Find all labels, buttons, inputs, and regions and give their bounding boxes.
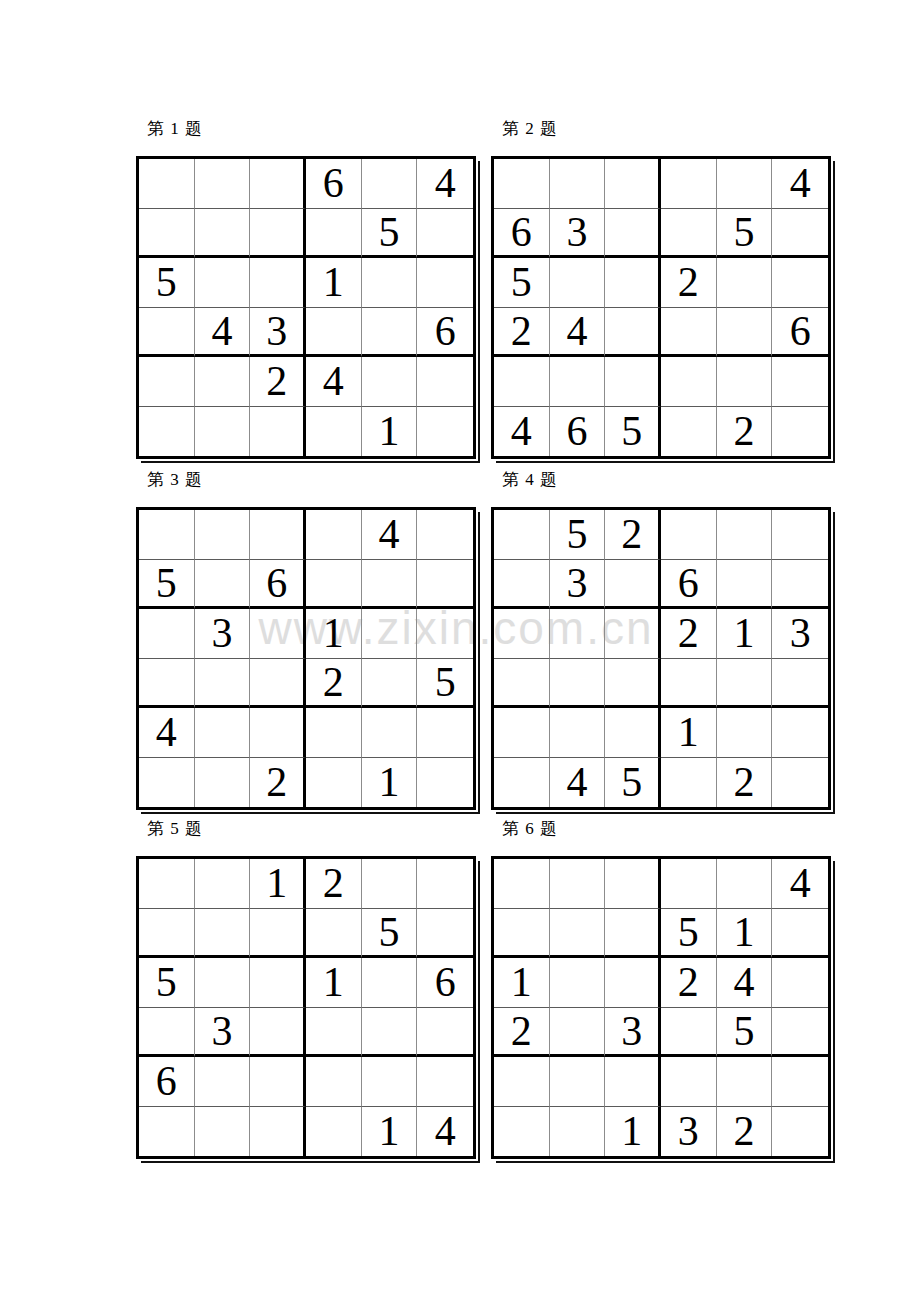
cell-r5c5-empty bbox=[362, 1057, 418, 1107]
cell-r2c5-empty bbox=[362, 560, 418, 610]
cell-r5c2-empty bbox=[550, 708, 606, 758]
cell-r6c6-empty bbox=[772, 407, 828, 457]
cell-r6c2-empty bbox=[550, 1107, 606, 1157]
cell-r5c5-empty bbox=[717, 357, 773, 407]
cell-r3c1-given-1: 1 bbox=[494, 958, 550, 1008]
cell-r2c4-empty bbox=[306, 560, 362, 610]
cell-r6c3-given-5: 5 bbox=[605, 407, 661, 457]
cell-r3c2-empty bbox=[195, 258, 251, 308]
cell-r2c5-empty bbox=[717, 560, 773, 610]
cell-r3c5-given-1: 1 bbox=[717, 609, 773, 659]
cell-r6c4-empty bbox=[661, 407, 717, 457]
cell-r1c2-empty bbox=[195, 159, 251, 209]
cell-r2c4-empty bbox=[661, 209, 717, 259]
cell-r1c2-empty bbox=[195, 859, 251, 909]
cell-r4c3-given-3: 3 bbox=[250, 308, 306, 358]
cell-r6c1-empty bbox=[139, 1107, 195, 1157]
cell-r1c3-empty bbox=[250, 510, 306, 560]
cell-r2c2-empty bbox=[195, 909, 251, 959]
cell-r1c1-empty bbox=[139, 510, 195, 560]
cell-r5c6-empty bbox=[772, 1057, 828, 1107]
cell-r1c6-empty bbox=[417, 510, 473, 560]
puzzle-3: 第 3 题 4563125421 bbox=[136, 469, 476, 810]
cell-r3c1-empty bbox=[494, 609, 550, 659]
cell-r6c6-empty bbox=[772, 1107, 828, 1157]
cell-r3c1-empty bbox=[139, 609, 195, 659]
cell-r5c3-given-2: 2 bbox=[250, 357, 306, 407]
cell-r5c4-given-1: 1 bbox=[661, 708, 717, 758]
cell-r4c5-empty bbox=[362, 308, 418, 358]
cell-r6c6-given-4: 4 bbox=[417, 1107, 473, 1157]
cell-r5c6-empty bbox=[417, 708, 473, 758]
cell-r2c2-empty bbox=[195, 209, 251, 259]
cell-r3c4-given-1: 1 bbox=[306, 609, 362, 659]
cell-r1c1-empty bbox=[139, 859, 195, 909]
cell-r2c1-empty bbox=[139, 209, 195, 259]
cell-r6c2-empty bbox=[195, 407, 251, 457]
cell-r5c4-empty bbox=[306, 1057, 362, 1107]
cell-r4c5-given-5: 5 bbox=[717, 1008, 773, 1058]
puzzle-4-label: 第 4 题 bbox=[491, 469, 831, 491]
cell-r6c3-given-1: 1 bbox=[605, 1107, 661, 1157]
cell-r3c6-empty bbox=[772, 958, 828, 1008]
cell-r2c3-given-6: 6 bbox=[250, 560, 306, 610]
cell-r4c5-empty bbox=[362, 659, 418, 709]
puzzle-2-board: 4635522464652 bbox=[491, 156, 831, 459]
cell-r2c6-empty bbox=[417, 209, 473, 259]
cell-r6c5-given-1: 1 bbox=[362, 407, 418, 457]
cell-r4c3-empty bbox=[250, 1008, 306, 1058]
cell-r6c1-empty bbox=[139, 758, 195, 808]
cell-r5c1-empty bbox=[494, 708, 550, 758]
cell-r6c4-empty bbox=[306, 1107, 362, 1157]
cell-r1c1-empty bbox=[494, 859, 550, 909]
cell-r5c2-empty bbox=[195, 1057, 251, 1107]
cell-r2c4-empty bbox=[306, 209, 362, 259]
cell-r1c4-given-2: 2 bbox=[306, 859, 362, 909]
cell-r4c2-given-4: 4 bbox=[195, 308, 251, 358]
cell-r4c2-empty bbox=[550, 659, 606, 709]
puzzle-3-label: 第 3 题 bbox=[136, 469, 476, 491]
cell-r3c3-empty bbox=[605, 958, 661, 1008]
cell-r6c1-given-4: 4 bbox=[494, 407, 550, 457]
cell-r4c5-empty bbox=[717, 308, 773, 358]
cell-r4c5-empty bbox=[717, 659, 773, 709]
cell-r3c4-given-1: 1 bbox=[306, 258, 362, 308]
cell-r1c5-empty bbox=[362, 859, 418, 909]
cell-r4c3-given-3: 3 bbox=[605, 1008, 661, 1058]
cell-r2c6-empty bbox=[772, 209, 828, 259]
cell-r5c5-empty bbox=[362, 708, 418, 758]
cell-r6c2-given-6: 6 bbox=[550, 407, 606, 457]
cell-r5c4-empty bbox=[661, 357, 717, 407]
cell-r5c1-empty bbox=[139, 357, 195, 407]
cell-r3c3-empty bbox=[250, 958, 306, 1008]
cell-r1c6-empty bbox=[772, 510, 828, 560]
cell-r3c4-given-2: 2 bbox=[661, 609, 717, 659]
cell-r4c4-empty bbox=[661, 1008, 717, 1058]
cell-r5c1-given-6: 6 bbox=[139, 1057, 195, 1107]
cell-r3c3-empty bbox=[250, 609, 306, 659]
cell-r1c2-empty bbox=[550, 159, 606, 209]
cell-r2c1-empty bbox=[139, 909, 195, 959]
cell-r1c5-empty bbox=[717, 159, 773, 209]
cell-r4c3-empty bbox=[250, 659, 306, 709]
cell-r1c3-given-2: 2 bbox=[605, 510, 661, 560]
cell-r6c5-given-2: 2 bbox=[717, 1107, 773, 1157]
cell-r3c4-given-2: 2 bbox=[661, 958, 717, 1008]
cell-r6c5-given-2: 2 bbox=[717, 407, 773, 457]
cell-r3c6-given-3: 3 bbox=[772, 609, 828, 659]
cell-r4c4-given-2: 2 bbox=[306, 659, 362, 709]
cell-r1c6-empty bbox=[417, 859, 473, 909]
puzzle-1-label: 第 1 题 bbox=[136, 118, 476, 140]
cell-r4c1-empty bbox=[139, 659, 195, 709]
cell-r5c1-empty bbox=[494, 357, 550, 407]
cell-r4c6-given-6: 6 bbox=[772, 308, 828, 358]
cell-r2c3-empty bbox=[250, 909, 306, 959]
cell-r2c5-given-5: 5 bbox=[717, 209, 773, 259]
cell-r3c6-empty bbox=[417, 609, 473, 659]
cell-r3c1-given-5: 5 bbox=[494, 258, 550, 308]
cell-r2c2-empty bbox=[195, 560, 251, 610]
cell-r6c1-empty bbox=[139, 407, 195, 457]
cell-r5c2-empty bbox=[550, 1057, 606, 1107]
cell-r1c1-empty bbox=[494, 159, 550, 209]
cell-r2c1-empty bbox=[494, 909, 550, 959]
cell-r2c6-empty bbox=[772, 560, 828, 610]
cell-r4c4-empty bbox=[661, 308, 717, 358]
cell-r5c2-empty bbox=[195, 708, 251, 758]
cell-r5c1-empty bbox=[494, 1057, 550, 1107]
cell-r5c3-empty bbox=[250, 708, 306, 758]
cell-r4c6-empty bbox=[772, 1008, 828, 1058]
cell-r4c4-empty bbox=[661, 659, 717, 709]
cell-r1c5-empty bbox=[362, 159, 418, 209]
cell-r4c4-empty bbox=[306, 1008, 362, 1058]
cell-r1c1-empty bbox=[139, 159, 195, 209]
cell-r4c2-empty bbox=[195, 659, 251, 709]
cell-r1c4-empty bbox=[661, 159, 717, 209]
cell-r5c6-empty bbox=[772, 708, 828, 758]
cell-r3c6-empty bbox=[417, 258, 473, 308]
cell-r1c5-empty bbox=[717, 510, 773, 560]
cell-r3c4-given-1: 1 bbox=[306, 958, 362, 1008]
cell-r4c6-given-5: 5 bbox=[417, 659, 473, 709]
cell-r6c5-given-1: 1 bbox=[362, 1107, 418, 1157]
cell-r2c5-given-1: 1 bbox=[717, 909, 773, 959]
cell-r6c2-empty bbox=[195, 1107, 251, 1157]
cell-r6c2-empty bbox=[195, 758, 251, 808]
cell-r3c2-empty bbox=[195, 958, 251, 1008]
cell-r3c2-given-3: 3 bbox=[195, 609, 251, 659]
cell-r2c4-given-5: 5 bbox=[661, 909, 717, 959]
cell-r3c6-given-6: 6 bbox=[417, 958, 473, 1008]
cell-r2c2-given-3: 3 bbox=[550, 209, 606, 259]
cell-r4c6-empty bbox=[772, 659, 828, 709]
puzzle-2: 第 2 题 4635522464652 bbox=[491, 118, 831, 459]
cell-r6c4-empty bbox=[306, 407, 362, 457]
cell-r2c3-empty bbox=[605, 209, 661, 259]
puzzle-5-label: 第 5 题 bbox=[136, 818, 476, 840]
cell-r3c3-empty bbox=[250, 258, 306, 308]
cell-r6c6-empty bbox=[772, 758, 828, 808]
puzzle-4: 第 4 题 52362131452 bbox=[491, 469, 831, 810]
cell-r1c6-given-4: 4 bbox=[772, 159, 828, 209]
cell-r3c5-empty bbox=[717, 258, 773, 308]
cell-r3c6-empty bbox=[772, 258, 828, 308]
puzzle-1: 第 1 题 64551436241 bbox=[136, 118, 476, 459]
cell-r5c5-empty bbox=[362, 357, 418, 407]
cell-r1c6-given-4: 4 bbox=[772, 859, 828, 909]
puzzle-6-label: 第 6 题 bbox=[491, 818, 831, 840]
puzzle-3-board: 4563125421 bbox=[136, 507, 476, 810]
cell-r5c6-empty bbox=[417, 1057, 473, 1107]
cell-r6c5-given-2: 2 bbox=[717, 758, 773, 808]
cell-r4c3-empty bbox=[605, 659, 661, 709]
cell-r2c2-empty bbox=[550, 909, 606, 959]
cell-r5c4-empty bbox=[306, 708, 362, 758]
cell-r3c2-empty bbox=[550, 609, 606, 659]
cell-r5c3-empty bbox=[605, 357, 661, 407]
cell-r6c3-given-2: 2 bbox=[250, 758, 306, 808]
cell-r4c6-given-6: 6 bbox=[417, 308, 473, 358]
cell-r3c2-empty bbox=[550, 258, 606, 308]
puzzle-5-board: 1255163614 bbox=[136, 856, 476, 1159]
cell-r2c1-given-6: 6 bbox=[494, 209, 550, 259]
cell-r4c1-given-2: 2 bbox=[494, 1008, 550, 1058]
cell-r4c3-empty bbox=[605, 308, 661, 358]
cell-r5c5-empty bbox=[717, 1057, 773, 1107]
puzzle-5: 第 5 题 1255163614 bbox=[136, 818, 476, 1159]
cell-r2c5-given-5: 5 bbox=[362, 209, 418, 259]
cell-r5c1-given-4: 4 bbox=[139, 708, 195, 758]
cell-r1c4-empty bbox=[661, 510, 717, 560]
cell-r1c5-given-4: 4 bbox=[362, 510, 418, 560]
cell-r5c4-empty bbox=[661, 1057, 717, 1107]
cell-r1c4-empty bbox=[306, 510, 362, 560]
cell-r5c2-empty bbox=[195, 357, 251, 407]
cell-r1c1-empty bbox=[494, 510, 550, 560]
cell-r6c1-empty bbox=[494, 1107, 550, 1157]
puzzle-4-board: 52362131452 bbox=[491, 507, 831, 810]
cell-r5c2-empty bbox=[550, 357, 606, 407]
cell-r4c4-empty bbox=[306, 308, 362, 358]
cell-r4c2-given-3: 3 bbox=[195, 1008, 251, 1058]
cell-r1c2-empty bbox=[550, 859, 606, 909]
cell-r1c6-given-4: 4 bbox=[417, 159, 473, 209]
cell-r5c4-given-4: 4 bbox=[306, 357, 362, 407]
puzzle-6: 第 6 题 451124235132 bbox=[491, 818, 831, 1159]
cell-r6c6-empty bbox=[417, 407, 473, 457]
puzzle-2-label: 第 2 题 bbox=[491, 118, 831, 140]
cell-r4c6-empty bbox=[417, 1008, 473, 1058]
cell-r3c5-empty bbox=[362, 958, 418, 1008]
cell-r3c3-empty bbox=[605, 609, 661, 659]
puzzle-1-board: 64551436241 bbox=[136, 156, 476, 459]
cell-r4c1-empty bbox=[139, 1008, 195, 1058]
cell-r1c3-given-1: 1 bbox=[250, 859, 306, 909]
cell-r5c3-empty bbox=[605, 1057, 661, 1107]
puzzle-6-board: 451124235132 bbox=[491, 856, 831, 1159]
cell-r6c5-given-1: 1 bbox=[362, 758, 418, 808]
cell-r5c3-empty bbox=[605, 708, 661, 758]
cell-r1c4-given-6: 6 bbox=[306, 159, 362, 209]
cell-r2c4-given-6: 6 bbox=[661, 560, 717, 610]
cell-r2c2-given-3: 3 bbox=[550, 560, 606, 610]
cell-r3c1-given-5: 5 bbox=[139, 958, 195, 1008]
cell-r1c4-empty bbox=[661, 859, 717, 909]
cell-r2c1-empty bbox=[494, 560, 550, 610]
cell-r3c4-given-2: 2 bbox=[661, 258, 717, 308]
cell-r2c5-given-5: 5 bbox=[362, 909, 418, 959]
cell-r5c3-empty bbox=[250, 1057, 306, 1107]
cell-r3c3-empty bbox=[605, 258, 661, 308]
cell-r3c1-given-5: 5 bbox=[139, 258, 195, 308]
cell-r4c1-empty bbox=[139, 308, 195, 358]
cell-r4c1-given-2: 2 bbox=[494, 308, 550, 358]
cell-r6c1-empty bbox=[494, 758, 550, 808]
cell-r3c5-empty bbox=[362, 258, 418, 308]
cell-r6c4-given-3: 3 bbox=[661, 1107, 717, 1157]
cell-r5c5-empty bbox=[717, 708, 773, 758]
cell-r4c2-empty bbox=[550, 1008, 606, 1058]
cell-r2c3-empty bbox=[605, 560, 661, 610]
cell-r2c6-empty bbox=[772, 909, 828, 959]
cell-r5c6-empty bbox=[772, 357, 828, 407]
cell-r2c3-empty bbox=[250, 209, 306, 259]
cell-r5c6-empty bbox=[417, 357, 473, 407]
cell-r1c2-given-5: 5 bbox=[550, 510, 606, 560]
cell-r2c4-empty bbox=[306, 909, 362, 959]
cell-r6c3-given-5: 5 bbox=[605, 758, 661, 808]
cell-r1c2-empty bbox=[195, 510, 251, 560]
cell-r4c5-empty bbox=[362, 1008, 418, 1058]
cell-r1c3-empty bbox=[250, 159, 306, 209]
cell-r2c6-empty bbox=[417, 909, 473, 959]
cell-r6c4-empty bbox=[661, 758, 717, 808]
cell-r3c5-empty bbox=[362, 609, 418, 659]
sudoku-worksheet-page: www.zixin.com.cn 第 1 题 64551436241 第 2 题… bbox=[0, 0, 920, 1302]
cell-r6c3-empty bbox=[250, 1107, 306, 1157]
cell-r6c4-empty bbox=[306, 758, 362, 808]
cell-r1c5-empty bbox=[717, 859, 773, 909]
cell-r1c3-empty bbox=[605, 159, 661, 209]
cell-r1c3-empty bbox=[605, 859, 661, 909]
cell-r6c3-empty bbox=[250, 407, 306, 457]
cell-r4c1-empty bbox=[494, 659, 550, 709]
cell-r2c6-empty bbox=[417, 560, 473, 610]
cell-r2c3-empty bbox=[605, 909, 661, 959]
cell-r3c2-empty bbox=[550, 958, 606, 1008]
cell-r2c1-given-5: 5 bbox=[139, 560, 195, 610]
cell-r6c2-given-4: 4 bbox=[550, 758, 606, 808]
cell-r3c5-given-4: 4 bbox=[717, 958, 773, 1008]
cell-r6c6-empty bbox=[417, 758, 473, 808]
cell-r4c2-given-4: 4 bbox=[550, 308, 606, 358]
